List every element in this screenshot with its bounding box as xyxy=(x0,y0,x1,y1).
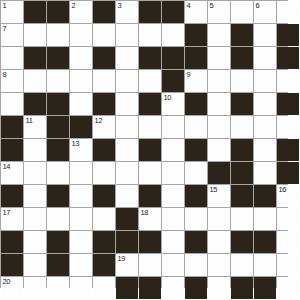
crossword-cell-r10c6 xyxy=(139,231,161,253)
crossword-cell-r10c2 xyxy=(47,231,69,253)
clue-number-19: 19 xyxy=(118,255,126,263)
crossword-cell-r9c8[interactable] xyxy=(185,208,207,230)
crossword-cell-r12c12[interactable] xyxy=(277,277,299,299)
clue-number-4: 4 xyxy=(187,2,191,10)
crossword-cell-r7c12 xyxy=(277,162,299,184)
crossword-cell-r12c8 xyxy=(185,277,207,299)
crossword-cell-r2c3[interactable] xyxy=(70,47,92,69)
crossword-cell-r8c2 xyxy=(47,185,69,207)
crossword-cell-r11c9[interactable] xyxy=(208,254,230,276)
crossword-cell-r3c5[interactable] xyxy=(116,70,138,92)
crossword-cell-r2c10 xyxy=(231,47,253,69)
crossword-cell-r6c6 xyxy=(139,139,161,161)
crossword-cell-r7c8[interactable] xyxy=(185,162,207,184)
crossword-cell-r0c3[interactable]: 2 xyxy=(70,1,92,23)
crossword-cell-r10c5 xyxy=(116,231,138,253)
crossword-cell-r10c3[interactable] xyxy=(70,231,92,253)
clue-number-6: 6 xyxy=(256,2,260,10)
crossword-cell-r3c1[interactable] xyxy=(24,70,46,92)
crossword-cell-r7c11[interactable] xyxy=(254,162,276,184)
crossword-cell-r2c8 xyxy=(185,47,207,69)
crossword-cell-r12c3[interactable] xyxy=(70,277,92,299)
crossword-cell-r7c6[interactable] xyxy=(139,162,161,184)
crossword-cell-r4c10 xyxy=(231,93,253,115)
crossword-cell-r1c11[interactable] xyxy=(254,24,276,46)
crossword-cell-r8c12[interactable]: 16 xyxy=(277,185,299,207)
crossword-cell-r10c12[interactable] xyxy=(277,231,299,253)
crossword-cell-r1c1[interactable] xyxy=(24,24,46,46)
crossword-cell-r6c0 xyxy=(1,139,23,161)
crossword-cell-r7c7[interactable] xyxy=(162,162,184,184)
crossword-cell-r6c3[interactable]: 13 xyxy=(70,139,92,161)
crossword-cell-r0c2 xyxy=(47,1,69,23)
crossword-cell-r8c9[interactable]: 15 xyxy=(208,185,230,207)
clue-number-17: 17 xyxy=(3,209,11,217)
crossword-cell-r0c10[interactable] xyxy=(231,1,253,23)
crossword-cell-r3c10[interactable] xyxy=(231,70,253,92)
crossword-cell-r11c1[interactable] xyxy=(24,254,46,276)
crossword-cell-r1c0[interactable]: 7 xyxy=(1,24,23,46)
crossword-cell-r7c4[interactable] xyxy=(93,162,115,184)
crossword-cell-r10c11 xyxy=(254,231,276,253)
clue-number-13: 13 xyxy=(72,140,80,148)
crossword-cell-r4c8 xyxy=(185,93,207,115)
crossword-cell-r9c5 xyxy=(116,208,138,230)
crossword-cell-r3c6[interactable] xyxy=(139,70,161,92)
crossword-cell-r2c2 xyxy=(47,47,69,69)
crossword-cell-r11c0 xyxy=(1,254,23,276)
crossword-cell-r9c6[interactable]: 18 xyxy=(139,208,161,230)
crossword-cell-r0c4 xyxy=(93,1,115,23)
crossword-cell-r0c1 xyxy=(24,1,46,23)
crossword-cell-r11c7[interactable] xyxy=(162,254,184,276)
crossword-cell-r2c5[interactable] xyxy=(116,47,138,69)
crossword-cell-r12c11 xyxy=(254,277,276,299)
crossword-cell-r12c6 xyxy=(139,277,161,299)
crossword-cell-r3c4[interactable] xyxy=(93,70,115,92)
crossword-cell-r9c0[interactable]: 17 xyxy=(1,208,23,230)
crossword-cell-r4c2 xyxy=(47,93,69,115)
crossword-cell-r7c5[interactable] xyxy=(116,162,138,184)
crossword-cell-r3c3[interactable] xyxy=(70,70,92,92)
crossword-cell-r6c10 xyxy=(231,139,253,161)
crossword-cell-r1c9[interactable] xyxy=(208,24,230,46)
crossword-cell-r4c9[interactable] xyxy=(208,93,230,115)
crossword-cell-r4c1 xyxy=(24,93,46,115)
crossword-cell-r10c4 xyxy=(93,231,115,253)
crossword-cell-r5c3 xyxy=(70,116,92,138)
crossword-cell-r0c6 xyxy=(139,1,161,23)
crossword-cell-r0c7 xyxy=(162,1,184,23)
crossword-cell-r7c9 xyxy=(208,162,230,184)
crossword-cell-r8c11 xyxy=(254,185,276,207)
clue-number-5: 5 xyxy=(210,2,214,10)
crossword-cell-r11c12[interactable] xyxy=(277,254,299,276)
crossword-cell-r1c2[interactable] xyxy=(47,24,69,46)
crossword-cell-r5c0 xyxy=(1,116,23,138)
crossword-cell-r0c0[interactable]: 1 xyxy=(1,1,23,23)
crossword-cell-r11c4 xyxy=(93,254,115,276)
crossword-cell-r8c8 xyxy=(185,185,207,207)
crossword-cell-r10c0 xyxy=(1,231,23,253)
crossword-cell-r9c2[interactable] xyxy=(47,208,69,230)
crossword-cell-r8c0 xyxy=(1,185,23,207)
crossword-cell-r6c7[interactable] xyxy=(162,139,184,161)
crossword-cell-r10c8 xyxy=(185,231,207,253)
crossword-cell-r7c2[interactable] xyxy=(47,162,69,184)
crossword-cell-r0c12[interactable] xyxy=(277,1,299,23)
crossword-cell-r6c11[interactable] xyxy=(254,139,276,161)
crossword-cell-r8c7[interactable] xyxy=(162,185,184,207)
crossword-cell-r3c12[interactable] xyxy=(277,70,299,92)
crossword-cell-r12c5 xyxy=(116,277,138,299)
crossword-cell-r3c2[interactable] xyxy=(47,70,69,92)
crossword-cell-r5c6[interactable] xyxy=(139,116,161,138)
clue-number-1: 1 xyxy=(3,2,7,10)
crossword-cell-r11c10[interactable] xyxy=(231,254,253,276)
crossword-cell-r9c3[interactable] xyxy=(70,208,92,230)
crossword-cell-r2c1 xyxy=(24,47,46,69)
crossword-grid: 1234567891011121314151617181920 xyxy=(0,0,288,288)
crossword-cell-r4c3[interactable] xyxy=(70,93,92,115)
crossword-cell-r8c10 xyxy=(231,185,253,207)
crossword-cell-r9c4[interactable] xyxy=(93,208,115,230)
crossword-cell-r4c7[interactable]: 10 xyxy=(162,93,184,115)
crossword-cell-r5c11[interactable] xyxy=(254,116,276,138)
crossword-cell-r2c12 xyxy=(277,47,299,69)
crossword-cell-r3c8[interactable]: 9 xyxy=(185,70,207,92)
crossword-cell-r0c5[interactable]: 3 xyxy=(116,1,138,23)
clue-number-11: 11 xyxy=(26,117,33,125)
crossword-cell-r12c10 xyxy=(231,277,253,299)
crossword-cell-r9c9[interactable] xyxy=(208,208,230,230)
crossword-cell-r11c6[interactable] xyxy=(139,254,161,276)
crossword-cell-r6c5[interactable] xyxy=(116,139,138,161)
crossword-cell-r4c11[interactable] xyxy=(254,93,276,115)
crossword-cell-r8c4 xyxy=(93,185,115,207)
crossword-cell-r5c5[interactable] xyxy=(116,116,138,138)
crossword-cell-r12c0[interactable]: 20 xyxy=(1,277,23,299)
crossword-cell-r6c4 xyxy=(93,139,115,161)
crossword-cell-r9c1[interactable] xyxy=(24,208,46,230)
crossword-cell-r4c12 xyxy=(277,93,299,115)
crossword-cell-r11c3[interactable] xyxy=(70,254,92,276)
crossword-cell-r9c10[interactable] xyxy=(231,208,253,230)
crossword-cell-r3c7 xyxy=(162,70,184,92)
crossword-cell-r1c10 xyxy=(231,24,253,46)
crossword-cell-r0c9[interactable]: 5 xyxy=(208,1,230,23)
crossword-cell-r9c11[interactable] xyxy=(254,208,276,230)
crossword-cell-r0c8[interactable]: 4 xyxy=(185,1,207,23)
crossword-cell-r5c2 xyxy=(47,116,69,138)
crossword-cell-r11c5[interactable]: 19 xyxy=(116,254,138,276)
clue-number-10: 10 xyxy=(164,94,172,102)
crossword-cell-r5c10[interactable] xyxy=(231,116,253,138)
crossword-cell-r2c6 xyxy=(139,47,161,69)
crossword-cell-r5c1[interactable]: 11 xyxy=(24,116,46,138)
crossword-cell-r2c9[interactable] xyxy=(208,47,230,69)
crossword-cell-r8c1[interactable] xyxy=(24,185,46,207)
crossword-cell-r11c2 xyxy=(47,254,69,276)
crossword-cell-r12c9[interactable] xyxy=(208,277,230,299)
crossword-cell-r7c10 xyxy=(231,162,253,184)
crossword-cell-r5c4[interactable]: 12 xyxy=(93,116,115,138)
crossword-cell-r8c3[interactable] xyxy=(70,185,92,207)
crossword-cell-r4c0[interactable] xyxy=(1,93,23,115)
crossword-cell-r4c4 xyxy=(93,93,115,115)
crossword-cell-r5c7[interactable] xyxy=(162,116,184,138)
crossword-cell-r5c12[interactable] xyxy=(277,116,299,138)
crossword-cell-r11c8[interactable] xyxy=(185,254,207,276)
crossword-cell-r6c2 xyxy=(47,139,69,161)
crossword-cell-r3c9[interactable] xyxy=(208,70,230,92)
crossword-cell-r4c5[interactable] xyxy=(116,93,138,115)
crossword-cell-r6c9[interactable] xyxy=(208,139,230,161)
crossword-cell-r10c7[interactable] xyxy=(162,231,184,253)
crossword-cell-r6c1[interactable] xyxy=(24,139,46,161)
clue-number-12: 12 xyxy=(95,117,103,125)
crossword-cell-r1c3[interactable] xyxy=(70,24,92,46)
crossword-cell-r3c11[interactable] xyxy=(254,70,276,92)
crossword-cell-r1c8 xyxy=(185,24,207,46)
crossword-cell-r4c6 xyxy=(139,93,161,115)
crossword-cell-r8c5[interactable] xyxy=(116,185,138,207)
crossword-cell-r8c6 xyxy=(139,185,161,207)
crossword-cell-r5c8[interactable] xyxy=(185,116,207,138)
crossword-cell-r1c4[interactable] xyxy=(93,24,115,46)
crossword-cell-r2c4 xyxy=(93,47,115,69)
crossword-cell-r12c4[interactable] xyxy=(93,277,115,299)
crossword-cell-r6c8 xyxy=(185,139,207,161)
crossword-cell-r2c11[interactable] xyxy=(254,47,276,69)
clue-number-16: 16 xyxy=(279,186,287,194)
crossword-cell-r1c7[interactable] xyxy=(162,24,184,46)
clue-number-3: 3 xyxy=(118,2,122,10)
crossword-cell-r12c2[interactable] xyxy=(47,277,69,299)
crossword-cell-r7c0[interactable]: 14 xyxy=(1,162,23,184)
crossword-cell-r10c9[interactable] xyxy=(208,231,230,253)
crossword-cell-r2c7 xyxy=(162,47,184,69)
crossword-cell-r5c9[interactable] xyxy=(208,116,230,138)
crossword-cell-r9c12[interactable] xyxy=(277,208,299,230)
clue-number-20: 20 xyxy=(3,278,11,286)
clue-number-2: 2 xyxy=(72,2,76,10)
crossword-cell-r6c12 xyxy=(277,139,299,161)
crossword-cell-r1c6[interactable] xyxy=(139,24,161,46)
crossword-cell-r10c10 xyxy=(231,231,253,253)
crossword-cell-r3c0[interactable]: 8 xyxy=(1,70,23,92)
crossword-cell-r7c1[interactable] xyxy=(24,162,46,184)
clue-number-15: 15 xyxy=(210,186,218,194)
crossword-cell-r1c5[interactable] xyxy=(116,24,138,46)
crossword-cell-r10c1[interactable] xyxy=(24,231,46,253)
clue-number-8: 8 xyxy=(3,71,7,79)
crossword-cell-r0c11[interactable]: 6 xyxy=(254,1,276,23)
clue-number-18: 18 xyxy=(141,209,149,217)
crossword-cell-r1c12 xyxy=(277,24,299,46)
crossword-cell-r9c7[interactable] xyxy=(162,208,184,230)
crossword-cell-r12c7[interactable] xyxy=(162,277,184,299)
clue-number-14: 14 xyxy=(3,163,11,171)
clue-number-7: 7 xyxy=(3,25,7,33)
clue-number-9: 9 xyxy=(187,71,191,79)
crossword-cell-r11c11[interactable] xyxy=(254,254,276,276)
crossword-cell-r7c3[interactable] xyxy=(70,162,92,184)
crossword-cell-r2c0[interactable] xyxy=(1,47,23,69)
crossword-cell-r12c1[interactable] xyxy=(24,277,46,299)
